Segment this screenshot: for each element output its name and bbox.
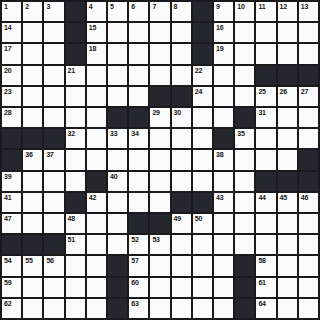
white-cell[interactable]: 59 (2, 278, 21, 297)
clue-number: 1 (4, 2, 8, 11)
white-cell[interactable]: 11 (256, 2, 275, 21)
white-cell[interactable]: 36 (23, 150, 42, 169)
white-cell[interactable]: 3 (44, 2, 63, 21)
black-cell (299, 172, 318, 191)
white-cell[interactable] (23, 44, 42, 63)
white-cell[interactable] (299, 23, 318, 42)
black-cell (235, 278, 254, 297)
black-cell (2, 235, 21, 254)
white-cell[interactable] (278, 299, 297, 318)
white-cell[interactable]: 62 (2, 299, 21, 318)
black-cell (214, 129, 233, 148)
black-cell (256, 66, 275, 85)
clue-number: 41 (4, 193, 11, 202)
white-cell[interactable] (87, 87, 106, 106)
white-cell[interactable] (235, 150, 254, 169)
clue-number: 58 (258, 256, 265, 265)
clue-number: 11 (258, 2, 265, 11)
black-cell (87, 172, 106, 191)
white-cell[interactable]: 41 (2, 193, 21, 212)
white-cell[interactable] (129, 44, 148, 63)
clue-number: 51 (68, 235, 75, 244)
white-cell[interactable] (193, 108, 212, 127)
white-cell[interactable] (108, 214, 127, 233)
white-cell[interactable] (214, 108, 233, 127)
white-cell[interactable] (87, 214, 106, 233)
white-cell[interactable]: 29 (150, 108, 169, 127)
white-cell[interactable] (129, 87, 148, 106)
black-cell (66, 193, 85, 212)
clue-number: 45 (280, 193, 287, 202)
white-cell[interactable] (87, 235, 106, 254)
white-cell[interactable] (235, 87, 254, 106)
white-cell[interactable] (108, 23, 127, 42)
white-cell[interactable]: 52 (129, 235, 148, 254)
clue-number: 61 (258, 278, 265, 287)
clue-number: 26 (280, 87, 287, 96)
white-cell[interactable]: 33 (108, 129, 127, 148)
white-cell[interactable]: 40 (108, 172, 127, 191)
clue-number: 21 (68, 66, 75, 75)
clue-number: 2 (25, 2, 29, 11)
white-cell[interactable]: 38 (214, 150, 233, 169)
clue-number: 17 (4, 44, 11, 53)
clue-number: 57 (131, 256, 138, 265)
clue-number: 24 (195, 87, 202, 96)
white-cell[interactable] (278, 23, 297, 42)
white-cell[interactable]: 26 (278, 87, 297, 106)
clue-number: 42 (89, 193, 96, 202)
white-cell[interactable] (193, 278, 212, 297)
white-cell[interactable] (150, 150, 169, 169)
white-cell[interactable] (193, 150, 212, 169)
white-cell[interactable]: 31 (256, 108, 275, 127)
white-cell[interactable] (23, 193, 42, 212)
white-cell[interactable]: 37 (44, 150, 63, 169)
white-cell[interactable]: 17 (2, 44, 21, 63)
white-cell[interactable]: 7 (150, 2, 169, 21)
white-cell[interactable] (172, 66, 191, 85)
black-cell (129, 214, 148, 233)
white-cell[interactable] (172, 23, 191, 42)
white-cell[interactable]: 27 (299, 87, 318, 106)
white-cell[interactable]: 39 (2, 172, 21, 191)
clue-number: 9 (216, 2, 220, 11)
white-cell[interactable] (66, 256, 85, 275)
clue-number: 4 (89, 2, 93, 11)
white-cell[interactable] (278, 129, 297, 148)
white-cell[interactable] (108, 44, 127, 63)
black-cell (66, 44, 85, 63)
white-cell[interactable] (87, 129, 106, 148)
clue-number: 44 (258, 193, 265, 202)
clue-number: 10 (237, 2, 244, 11)
white-cell[interactable]: 61 (256, 278, 275, 297)
white-cell[interactable]: 13 (299, 2, 318, 21)
white-cell[interactable]: 20 (2, 66, 21, 85)
white-cell[interactable] (256, 235, 275, 254)
white-cell[interactable] (299, 256, 318, 275)
white-cell[interactable] (278, 214, 297, 233)
white-cell[interactable]: 49 (172, 214, 191, 233)
black-cell (235, 299, 254, 318)
clue-number: 30 (174, 108, 181, 117)
white-cell[interactable] (150, 278, 169, 297)
white-cell[interactable] (66, 150, 85, 169)
white-cell[interactable] (299, 278, 318, 297)
black-cell (66, 2, 85, 21)
white-cell[interactable]: 14 (2, 23, 21, 42)
white-cell[interactable]: 51 (66, 235, 85, 254)
white-cell[interactable] (278, 235, 297, 254)
white-cell[interactable]: 53 (150, 235, 169, 254)
white-cell[interactable] (299, 108, 318, 127)
white-cell[interactable]: 23 (2, 87, 21, 106)
clue-number: 39 (4, 172, 11, 181)
white-cell[interactable] (44, 299, 63, 318)
white-cell[interactable] (214, 172, 233, 191)
white-cell[interactable]: 60 (129, 278, 148, 297)
white-cell[interactable] (235, 214, 254, 233)
white-cell[interactable]: 46 (299, 193, 318, 212)
white-cell[interactable]: 24 (193, 87, 212, 106)
white-cell[interactable] (108, 235, 127, 254)
white-cell[interactable] (87, 150, 106, 169)
white-cell[interactable] (214, 66, 233, 85)
white-cell[interactable]: 50 (193, 214, 212, 233)
clue-number: 12 (280, 2, 287, 11)
clue-number: 33 (110, 129, 117, 138)
white-cell[interactable] (150, 299, 169, 318)
black-cell (66, 23, 85, 42)
white-cell[interactable] (256, 129, 275, 148)
black-cell (108, 278, 127, 297)
clue-number: 13 (301, 2, 308, 11)
white-cell[interactable] (278, 256, 297, 275)
crossword-grid: 1234567891011121314151617181920212223242… (0, 0, 320, 320)
clue-number: 16 (216, 23, 223, 32)
clue-number: 34 (131, 129, 138, 138)
white-cell[interactable]: 57 (129, 256, 148, 275)
white-cell[interactable] (44, 214, 63, 233)
white-cell[interactable] (44, 87, 63, 106)
white-cell[interactable]: 16 (214, 23, 233, 42)
white-cell[interactable] (87, 108, 106, 127)
white-cell[interactable]: 6 (129, 2, 148, 21)
white-cell[interactable] (129, 66, 148, 85)
black-cell (44, 129, 63, 148)
white-cell[interactable] (214, 256, 233, 275)
clue-number: 52 (131, 235, 138, 244)
white-cell[interactable]: 5 (108, 2, 127, 21)
white-cell[interactable] (23, 172, 42, 191)
clue-number: 63 (131, 299, 138, 308)
white-cell[interactable] (66, 299, 85, 318)
clue-number: 31 (258, 108, 265, 117)
clue-number: 28 (4, 108, 11, 117)
clue-number: 25 (258, 87, 265, 96)
black-cell (23, 129, 42, 148)
white-cell[interactable] (193, 129, 212, 148)
white-cell[interactable] (235, 23, 254, 42)
black-cell (129, 108, 148, 127)
clue-number: 22 (195, 66, 202, 75)
black-cell (193, 2, 212, 21)
white-cell[interactable]: 25 (256, 87, 275, 106)
white-cell[interactable] (66, 278, 85, 297)
clue-number: 35 (237, 129, 244, 138)
white-cell[interactable]: 12 (278, 2, 297, 21)
white-cell[interactable]: 35 (235, 129, 254, 148)
white-cell[interactable] (172, 129, 191, 148)
clue-number: 60 (131, 278, 138, 287)
white-cell[interactable] (172, 150, 191, 169)
white-cell[interactable] (172, 278, 191, 297)
white-cell[interactable] (66, 108, 85, 127)
white-cell[interactable] (214, 278, 233, 297)
white-cell[interactable] (23, 278, 42, 297)
white-cell[interactable] (278, 44, 297, 63)
white-cell[interactable] (172, 256, 191, 275)
clue-number: 50 (195, 214, 202, 223)
white-cell[interactable] (150, 23, 169, 42)
clue-number: 56 (46, 256, 53, 265)
white-cell[interactable] (214, 299, 233, 318)
clue-number: 53 (152, 235, 159, 244)
white-cell[interactable]: 15 (87, 23, 106, 42)
black-cell (235, 256, 254, 275)
white-cell[interactable]: 19 (214, 44, 233, 63)
white-cell[interactable] (256, 214, 275, 233)
white-cell[interactable] (129, 193, 148, 212)
white-cell[interactable]: 54 (2, 256, 21, 275)
black-cell (150, 214, 169, 233)
white-cell[interactable]: 44 (256, 193, 275, 212)
white-cell[interactable] (235, 235, 254, 254)
white-cell[interactable] (235, 66, 254, 85)
white-cell[interactable] (66, 87, 85, 106)
white-cell[interactable] (256, 23, 275, 42)
clue-number: 7 (152, 2, 156, 11)
white-cell[interactable]: 42 (87, 193, 106, 212)
white-cell[interactable]: 34 (129, 129, 148, 148)
clue-number: 15 (89, 23, 96, 32)
white-cell[interactable]: 43 (214, 193, 233, 212)
white-cell[interactable]: 45 (278, 193, 297, 212)
white-cell[interactable] (44, 172, 63, 191)
clue-number: 49 (174, 214, 181, 223)
white-cell[interactable] (23, 214, 42, 233)
white-cell[interactable]: 58 (256, 256, 275, 275)
clue-number: 64 (258, 299, 265, 308)
white-cell[interactable]: 10 (235, 2, 254, 21)
clue-number: 59 (4, 278, 11, 287)
clue-number: 54 (4, 256, 11, 265)
white-cell[interactable] (23, 108, 42, 127)
white-cell[interactable] (172, 299, 191, 318)
clue-number: 47 (4, 214, 11, 223)
white-cell[interactable]: 22 (193, 66, 212, 85)
white-cell[interactable]: 30 (172, 108, 191, 127)
white-cell[interactable]: 28 (2, 108, 21, 127)
white-cell[interactable] (193, 235, 212, 254)
clue-number: 5 (110, 2, 114, 11)
white-cell[interactable] (44, 193, 63, 212)
black-cell (23, 235, 42, 254)
clue-number: 14 (4, 23, 11, 32)
black-cell (278, 66, 297, 85)
white-cell[interactable] (23, 23, 42, 42)
white-cell[interactable] (193, 299, 212, 318)
white-cell[interactable]: 32 (66, 129, 85, 148)
white-cell[interactable]: 56 (44, 256, 63, 275)
clue-number: 38 (216, 150, 223, 159)
white-cell[interactable] (108, 150, 127, 169)
white-cell[interactable]: 4 (87, 2, 106, 21)
white-cell[interactable] (87, 299, 106, 318)
white-cell[interactable] (108, 66, 127, 85)
white-cell[interactable] (172, 235, 191, 254)
black-cell (193, 193, 212, 212)
white-cell[interactable] (150, 193, 169, 212)
white-cell[interactable]: 18 (87, 44, 106, 63)
white-cell[interactable]: 63 (129, 299, 148, 318)
black-cell (193, 44, 212, 63)
white-cell[interactable] (108, 193, 127, 212)
white-cell[interactable] (44, 66, 63, 85)
black-cell (193, 23, 212, 42)
clue-number: 48 (68, 214, 75, 223)
clue-number: 43 (216, 193, 223, 202)
white-cell[interactable] (299, 214, 318, 233)
white-cell[interactable] (44, 44, 63, 63)
clue-number: 46 (301, 193, 308, 202)
white-cell[interactable] (214, 214, 233, 233)
black-cell (108, 256, 127, 275)
clue-number: 23 (4, 87, 11, 96)
white-cell[interactable] (150, 129, 169, 148)
clue-number: 6 (131, 2, 135, 11)
clue-number: 3 (46, 2, 50, 11)
white-cell[interactable] (129, 150, 148, 169)
white-cell[interactable] (172, 172, 191, 191)
white-cell[interactable] (193, 256, 212, 275)
white-cell[interactable]: 48 (66, 214, 85, 233)
white-cell[interactable] (23, 66, 42, 85)
white-cell[interactable] (299, 44, 318, 63)
clue-number: 8 (174, 2, 178, 11)
black-cell (108, 299, 127, 318)
clue-number: 27 (301, 87, 308, 96)
black-cell (172, 87, 191, 106)
white-cell[interactable] (193, 172, 212, 191)
white-cell[interactable] (256, 150, 275, 169)
white-cell[interactable] (278, 108, 297, 127)
white-cell[interactable] (87, 278, 106, 297)
white-cell[interactable] (299, 299, 318, 318)
white-cell[interactable] (87, 256, 106, 275)
white-cell[interactable]: 21 (66, 66, 85, 85)
white-cell[interactable] (256, 44, 275, 63)
clue-number: 18 (89, 44, 96, 53)
white-cell[interactable]: 64 (256, 299, 275, 318)
white-cell[interactable]: 47 (2, 214, 21, 233)
white-cell[interactable] (235, 193, 254, 212)
black-cell (172, 193, 191, 212)
white-cell[interactable] (214, 235, 233, 254)
white-cell[interactable] (44, 108, 63, 127)
clue-number: 37 (46, 150, 53, 159)
clue-number: 19 (216, 44, 223, 53)
clue-number: 55 (25, 256, 32, 265)
white-cell[interactable] (150, 44, 169, 63)
white-cell[interactable] (44, 278, 63, 297)
black-cell (2, 129, 21, 148)
clue-number: 20 (4, 66, 11, 75)
white-cell[interactable] (172, 44, 191, 63)
white-cell[interactable]: 9 (214, 2, 233, 21)
clue-number: 29 (152, 108, 159, 117)
white-cell[interactable]: 55 (23, 256, 42, 275)
clue-number: 62 (4, 299, 11, 308)
black-cell (150, 87, 169, 106)
clue-number: 40 (110, 172, 117, 181)
white-cell[interactable] (150, 66, 169, 85)
white-cell[interactable] (87, 66, 106, 85)
white-cell[interactable]: 8 (172, 2, 191, 21)
white-cell[interactable] (108, 87, 127, 106)
white-cell[interactable] (44, 23, 63, 42)
black-cell (256, 172, 275, 191)
black-cell (235, 108, 254, 127)
black-cell (2, 150, 21, 169)
white-cell[interactable]: 2 (23, 2, 42, 21)
black-cell (299, 150, 318, 169)
clue-number: 32 (68, 129, 75, 138)
black-cell (108, 108, 127, 127)
white-cell[interactable] (150, 172, 169, 191)
black-cell (299, 66, 318, 85)
white-cell[interactable] (129, 172, 148, 191)
white-cell[interactable] (278, 278, 297, 297)
clue-number: 36 (25, 150, 32, 159)
white-cell[interactable] (299, 235, 318, 254)
white-cell[interactable] (214, 87, 233, 106)
white-cell[interactable] (66, 172, 85, 191)
black-cell (44, 235, 63, 254)
black-cell (278, 172, 297, 191)
white-cell[interactable] (23, 299, 42, 318)
white-cell[interactable] (299, 129, 318, 148)
white-cell[interactable] (23, 87, 42, 106)
white-cell[interactable] (235, 44, 254, 63)
white-cell[interactable]: 1 (2, 2, 21, 21)
white-cell[interactable] (235, 172, 254, 191)
white-cell[interactable] (129, 23, 148, 42)
white-cell[interactable] (150, 256, 169, 275)
white-cell[interactable] (278, 150, 297, 169)
